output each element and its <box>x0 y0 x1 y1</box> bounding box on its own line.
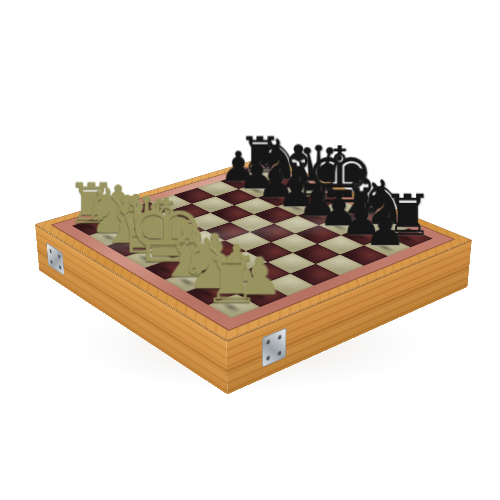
white-rook-glyph-icon: ♜ <box>180 248 284 312</box>
metal-clasp-icon <box>46 242 65 276</box>
product-photo-scene: ♜♞♝♛♚♝♞♜♟♟♟♟♟♟♟♟♟♟♟♟♟♟♟♟♜♞♝♛♚♝♞♜ <box>0 0 500 500</box>
square-h1[interactable]: ♜ <box>208 294 260 318</box>
black-pawn-glyph-icon: ♟ <box>339 205 432 252</box>
metal-clasp-icon <box>262 327 287 368</box>
